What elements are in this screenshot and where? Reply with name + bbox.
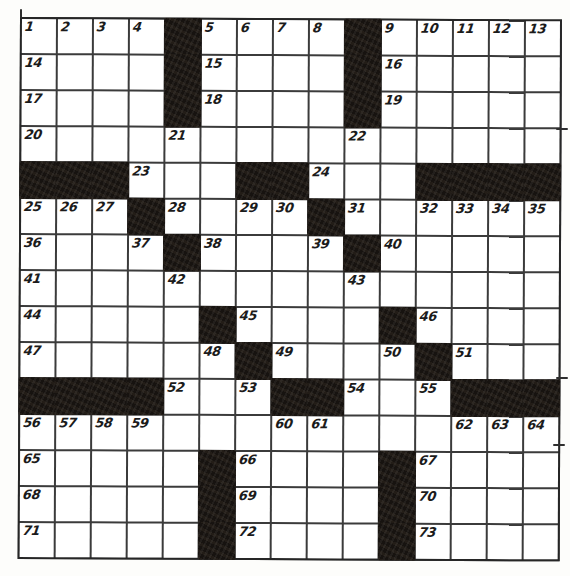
cell-r10c8[interactable]: 49 (272, 344, 306, 378)
black-cell-r6c9 (307, 198, 345, 236)
cell-r1c12[interactable]: 10 (418, 21, 452, 55)
black-cell-r7c5 (163, 234, 201, 272)
clue-number: 17 (23, 91, 41, 106)
cell-r7c15[interactable] (525, 237, 559, 271)
clue-number: 63 (490, 417, 508, 432)
cell-r9c10[interactable] (345, 308, 379, 342)
cell-r12c13[interactable]: 62 (452, 417, 486, 451)
cell-r13c3[interactable] (92, 451, 126, 485)
cell-r13c9[interactable] (308, 452, 342, 486)
cell-r2c15[interactable] (526, 57, 560, 91)
clue-number: 40 (382, 237, 400, 252)
black-cell-r5c8 (271, 162, 309, 200)
cell-r8c14[interactable] (489, 273, 523, 307)
cell-r12c2[interactable]: 57 (56, 415, 90, 449)
cell-r10c5[interactable] (164, 344, 198, 378)
cell-r12c15[interactable]: 64 (524, 417, 558, 451)
cell-r4c9[interactable] (309, 128, 343, 162)
cell-r7c7[interactable] (237, 236, 271, 270)
clue-number: 55 (418, 381, 436, 396)
cell-r7c14[interactable] (489, 237, 523, 271)
cell-r12c6[interactable] (200, 416, 234, 450)
cell-r7c2[interactable] (57, 235, 91, 269)
cell-r4c15[interactable] (525, 129, 559, 163)
clue-number: 72 (237, 524, 255, 539)
cell-r1c13[interactable]: 11 (454, 21, 488, 55)
cell-r5c10[interactable] (345, 164, 379, 198)
cell-r9c4[interactable] (129, 307, 163, 341)
cell-r3c3[interactable] (94, 91, 128, 125)
clue-number: 65 (22, 451, 40, 466)
cell-r10c14[interactable] (488, 345, 522, 379)
cell-r12c3[interactable]: 58 (92, 415, 126, 449)
clue-number: 46 (418, 309, 436, 324)
black-cell-r6c4 (127, 197, 165, 235)
cell-r14c2[interactable] (56, 487, 90, 521)
black-cell-r3c10 (344, 90, 382, 128)
cell-r15c3[interactable] (92, 523, 126, 557)
clue-number: 67 (418, 453, 436, 468)
cell-r2c7[interactable] (238, 56, 272, 90)
cell-r6c14[interactable]: 34 (489, 201, 523, 235)
cell-r14c9[interactable] (308, 488, 342, 522)
clue-number: 13 (527, 21, 545, 36)
cell-r1c6[interactable]: 5 (202, 20, 236, 54)
cell-r8c2[interactable] (57, 271, 91, 305)
cell-r3c12[interactable] (418, 93, 452, 127)
cell-r12c9[interactable]: 61 (308, 416, 342, 450)
clue-number: 68 (21, 487, 39, 502)
cell-r1c14[interactable]: 12 (490, 21, 524, 55)
black-cell-r14c11 (378, 487, 416, 525)
cell-r2c14[interactable] (490, 57, 524, 91)
cell-r4c13[interactable] (453, 129, 487, 163)
black-cell-r5c14 (487, 163, 525, 201)
cell-r10c6[interactable]: 48 (200, 344, 234, 378)
cell-r8c10[interactable]: 43 (345, 272, 379, 306)
clue-number: 32 (419, 201, 437, 216)
cell-r14c15[interactable] (524, 489, 558, 523)
clue-number: 41 (22, 271, 40, 286)
clue-number: 64 (526, 417, 544, 432)
cell-r12c10[interactable] (344, 416, 378, 450)
cell-r13c13[interactable] (452, 453, 486, 487)
cell-r1c15[interactable]: 13 (526, 21, 560, 55)
cell-r4c10[interactable]: 22 (345, 128, 379, 162)
black-cell-r11c2 (54, 377, 92, 415)
cell-r8c12[interactable] (417, 273, 451, 307)
clue-number: 73 (417, 525, 435, 540)
cell-r13c12[interactable]: 67 (416, 453, 450, 487)
stray-pen-tick (556, 377, 568, 379)
cell-r1c7[interactable]: 6 (238, 20, 272, 54)
cell-r14c1[interactable]: 68 (20, 487, 54, 521)
cell-r10c4[interactable] (128, 343, 162, 377)
clue-number: 66 (238, 452, 256, 467)
cell-r15c8[interactable] (272, 524, 306, 558)
black-cell-r11c8 (270, 378, 308, 416)
cell-r13c8[interactable] (272, 452, 306, 486)
clue-number: 47 (22, 343, 40, 358)
clue-number: 23 (131, 163, 149, 178)
cell-r9c9[interactable] (309, 308, 343, 342)
clue-number: 4 (131, 19, 141, 34)
cell-r7c1[interactable]: 36 (21, 235, 55, 269)
clue-number: 36 (22, 235, 40, 250)
cell-r15c13[interactable] (452, 525, 486, 559)
cell-r14c14[interactable] (488, 489, 522, 523)
cell-r6c8[interactable]: 30 (273, 200, 307, 234)
clue-number: 5 (203, 20, 213, 35)
black-cell-r11c3 (90, 377, 128, 415)
cell-r14c7[interactable]: 69 (236, 488, 270, 522)
cell-r2c3[interactable] (94, 55, 128, 89)
cell-r8c8[interactable] (273, 272, 307, 306)
cell-r9c2[interactable] (57, 307, 91, 341)
clue-number: 62 (454, 417, 472, 432)
black-cell-r11c4 (126, 377, 164, 415)
clue-number: 3 (95, 19, 105, 34)
cell-r13c10[interactable] (344, 452, 378, 486)
black-cell-r5c13 (451, 163, 489, 201)
black-cell-r7c10 (343, 234, 381, 272)
clue-number: 20 (23, 127, 41, 142)
crossword-page: 1234567891011121314151617181920212223242… (0, 0, 570, 576)
cell-r3c6[interactable]: 18 (202, 92, 236, 126)
clue-number: 15 (203, 56, 221, 71)
cell-r2c12[interactable] (418, 57, 452, 91)
clue-number: 7 (275, 20, 285, 35)
cell-r3c8[interactable] (274, 92, 308, 126)
cell-r7c12[interactable] (417, 237, 451, 271)
cell-r13c4[interactable] (128, 451, 162, 485)
cell-r15c2[interactable] (56, 523, 90, 557)
clue-number: 69 (237, 488, 255, 503)
cell-r7c13[interactable] (453, 237, 487, 271)
black-cell-r13c6 (198, 450, 236, 488)
black-cell-r9c6 (199, 306, 237, 344)
cell-r5c5[interactable] (165, 164, 199, 198)
clue-number: 28 (167, 200, 185, 215)
stray-pen-tick (20, 9, 22, 18)
cell-r8c3[interactable] (93, 271, 127, 305)
cell-r12c14[interactable]: 63 (488, 417, 522, 451)
black-cell-r11c1 (18, 377, 56, 415)
cell-r7c6[interactable]: 38 (201, 236, 235, 270)
cell-r14c8[interactable] (272, 488, 306, 522)
cell-r15c10[interactable] (344, 524, 378, 558)
cell-r9c7[interactable]: 45 (237, 308, 271, 342)
cell-r2c2[interactable] (58, 55, 92, 89)
clue-number: 6 (239, 20, 249, 35)
cell-r3c15[interactable] (526, 93, 560, 127)
clue-number: 31 (347, 200, 365, 215)
cell-r9c1[interactable]: 44 (21, 307, 55, 341)
cell-r14c3[interactable] (92, 487, 126, 521)
clue-number: 53 (238, 380, 256, 395)
cell-r5c4[interactable]: 23 (129, 163, 163, 197)
cell-r14c5[interactable] (164, 488, 198, 522)
black-cell-r15c6 (198, 522, 236, 560)
cell-r2c9[interactable] (310, 56, 344, 90)
cell-r15c9[interactable] (308, 524, 342, 558)
clue-number: 52 (166, 380, 184, 395)
cell-r10c10[interactable] (344, 344, 378, 378)
stray-pen-tick (553, 444, 565, 446)
cell-r3c2[interactable] (58, 91, 92, 125)
cell-r15c5[interactable] (164, 524, 198, 558)
black-cell-r11c14 (486, 379, 524, 417)
cell-r8c6[interactable] (201, 272, 235, 306)
cell-r12c7[interactable] (236, 416, 270, 450)
cell-r8c4[interactable] (129, 271, 163, 305)
cell-r6c1[interactable]: 25 (21, 199, 55, 233)
cell-r3c9[interactable] (310, 92, 344, 126)
black-cell-r14c6 (198, 486, 236, 524)
clue-number: 70 (417, 489, 435, 504)
clue-number: 21 (167, 128, 185, 143)
cell-r8c1[interactable]: 41 (21, 271, 55, 305)
clue-number: 16 (383, 57, 401, 72)
clue-number: 58 (94, 415, 112, 430)
clue-number: 2 (59, 19, 69, 34)
black-cell-r5c1 (19, 161, 57, 199)
cell-r7c8[interactable] (273, 236, 307, 270)
cell-r1c1[interactable]: 1 (22, 19, 56, 53)
cell-r10c1[interactable]: 47 (20, 343, 54, 377)
cell-r4c5[interactable]: 21 (165, 128, 199, 162)
cell-r1c4[interactable]: 4 (130, 19, 164, 53)
cell-r9c12[interactable]: 46 (417, 309, 451, 343)
cell-r4c8[interactable] (273, 128, 307, 162)
cell-r7c3[interactable] (93, 235, 127, 269)
cell-r14c4[interactable] (128, 487, 162, 521)
clue-number: 11 (455, 21, 473, 36)
black-cell-r3c5 (164, 90, 202, 128)
clue-number: 30 (275, 200, 293, 215)
clue-number: 24 (311, 164, 329, 179)
cell-r4c3[interactable] (93, 127, 127, 161)
black-cell-r1c10 (344, 18, 382, 56)
black-cell-r11c13 (450, 379, 488, 417)
cell-r4c11[interactable] (381, 129, 415, 163)
clue-number: 19 (383, 93, 401, 108)
cell-r9c8[interactable] (273, 308, 307, 342)
cell-r13c1[interactable]: 65 (20, 451, 54, 485)
clue-number: 18 (203, 92, 221, 107)
cell-r15c14[interactable] (488, 525, 522, 559)
cell-r12c11[interactable] (380, 417, 414, 451)
clue-number: 22 (347, 128, 365, 143)
black-cell-r10c7 (234, 342, 272, 380)
cell-r15c15[interactable] (524, 525, 558, 559)
cell-r12c5[interactable] (164, 416, 198, 450)
crossword-board: 1234567891011121314151617181920212223242… (18, 17, 562, 561)
cell-r9c13[interactable] (453, 309, 487, 343)
clue-number: 10 (419, 21, 437, 36)
cell-r5c11[interactable] (381, 165, 415, 199)
cell-r11c11[interactable] (380, 381, 414, 415)
black-cell-r5c3 (91, 161, 129, 199)
clue-number: 42 (166, 272, 184, 287)
black-cell-r11c15 (522, 379, 560, 417)
clue-number: 45 (238, 308, 256, 323)
cell-r8c15[interactable] (525, 273, 559, 307)
cell-r3c7[interactable] (238, 92, 272, 126)
cell-r9c5[interactable] (165, 308, 199, 342)
cell-r3c11[interactable]: 19 (382, 93, 416, 127)
black-cell-r5c2 (55, 161, 93, 199)
clue-number: 37 (130, 235, 148, 250)
clue-number: 8 (311, 20, 321, 35)
black-cell-r15c11 (378, 523, 416, 561)
clue-number: 54 (346, 380, 364, 395)
cell-r8c13[interactable] (453, 273, 487, 307)
clue-number: 71 (21, 523, 39, 538)
black-cell-r9c11 (379, 307, 417, 345)
cell-r4c7[interactable] (237, 128, 271, 162)
cell-r15c12[interactable]: 73 (416, 525, 450, 559)
cell-r1c2[interactable]: 2 (58, 19, 92, 53)
cell-r12c12[interactable] (416, 417, 450, 451)
cell-r6c12[interactable]: 32 (417, 201, 451, 235)
cell-r10c13[interactable]: 51 (452, 345, 486, 379)
cell-r2c6[interactable]: 15 (202, 56, 236, 90)
cell-r12c8[interactable]: 60 (272, 416, 306, 450)
cell-r11c12[interactable]: 55 (416, 381, 450, 415)
cell-r10c15[interactable] (524, 345, 558, 379)
black-cell-r2c10 (344, 54, 382, 92)
cell-r14c13[interactable] (452, 489, 486, 523)
cell-r10c3[interactable] (92, 343, 126, 377)
cell-r6c3[interactable]: 27 (93, 199, 127, 233)
cell-r11c6[interactable] (200, 380, 234, 414)
cell-r6c5[interactable]: 28 (165, 200, 199, 234)
cell-r6c13[interactable]: 33 (453, 201, 487, 235)
cell-r8c11[interactable] (381, 273, 415, 307)
clue-number: 1 (23, 19, 33, 34)
cell-r13c5[interactable] (164, 452, 198, 486)
clue-number: 33 (455, 201, 473, 216)
clue-number: 26 (59, 199, 77, 214)
cell-r4c12[interactable] (417, 129, 451, 163)
cell-r6c15[interactable]: 35 (525, 201, 559, 235)
clue-number: 27 (95, 199, 113, 214)
clue-number: 34 (491, 201, 509, 216)
black-cell-r11c9 (306, 378, 344, 416)
clue-number: 56 (22, 415, 40, 430)
cell-r8c9[interactable] (309, 272, 343, 306)
clue-number: 48 (202, 344, 220, 359)
clue-number: 39 (310, 236, 328, 251)
clue-number: 49 (274, 344, 292, 359)
cell-r6c11[interactable] (381, 201, 415, 235)
cell-r10c2[interactable] (56, 343, 90, 377)
clue-number: 29 (239, 200, 257, 215)
cell-r1c11[interactable]: 9 (382, 21, 416, 55)
cell-r4c2[interactable] (57, 127, 91, 161)
cell-r15c4[interactable] (128, 523, 162, 557)
cell-r8c7[interactable] (237, 272, 271, 306)
black-cell-r5c7 (235, 162, 273, 200)
cell-r1c8[interactable]: 7 (274, 20, 308, 54)
cell-r4c6[interactable] (201, 128, 235, 162)
stray-pen-tick (556, 128, 568, 130)
cell-r11c10[interactable]: 54 (344, 380, 378, 414)
cell-r4c1[interactable]: 20 (21, 127, 55, 161)
cell-r3c4[interactable] (130, 91, 164, 125)
cell-r9c3[interactable] (93, 307, 127, 341)
cell-r5c6[interactable] (201, 164, 235, 198)
cell-r12c1[interactable]: 56 (20, 415, 54, 449)
cell-r4c14[interactable] (489, 129, 523, 163)
cell-r6c2[interactable]: 26 (57, 199, 91, 233)
clue-number: 51 (454, 345, 472, 360)
cell-r13c2[interactable] (56, 451, 90, 485)
clue-number: 59 (130, 415, 148, 430)
cell-r1c9[interactable]: 8 (310, 20, 344, 54)
cell-r6c6[interactable] (201, 200, 235, 234)
cell-r2c8[interactable] (274, 56, 308, 90)
cell-r2c13[interactable] (454, 57, 488, 91)
cell-r3c14[interactable] (490, 93, 524, 127)
cell-r6c7[interactable]: 29 (237, 200, 271, 234)
clue-number: 43 (346, 272, 364, 287)
cell-r3c13[interactable] (454, 93, 488, 127)
black-cell-r2c5 (164, 54, 202, 92)
clue-number: 61 (310, 416, 328, 431)
cell-r15c7[interactable]: 72 (236, 524, 270, 558)
cell-r13c7[interactable]: 66 (236, 452, 270, 486)
cell-r2c1[interactable]: 14 (22, 55, 56, 89)
black-cell-r13c11 (378, 451, 416, 489)
clue-number: 44 (22, 307, 40, 322)
clue-number: 9 (383, 21, 393, 36)
clue-number: 50 (382, 345, 400, 360)
cell-r7c4[interactable]: 37 (129, 235, 163, 269)
cell-r5c9[interactable]: 24 (309, 164, 343, 198)
cell-r2c11[interactable]: 16 (382, 57, 416, 91)
black-cell-r5c12 (415, 163, 453, 201)
cell-r11c7[interactable]: 53 (236, 380, 270, 414)
cell-r6c10[interactable]: 31 (345, 200, 379, 234)
cell-r11c5[interactable]: 52 (164, 380, 198, 414)
cell-r14c12[interactable]: 70 (416, 489, 450, 523)
cell-r3c1[interactable]: 17 (22, 91, 56, 125)
cell-r9c15[interactable] (525, 309, 559, 343)
black-cell-r5c15 (523, 163, 561, 201)
cell-r10c11[interactable]: 50 (380, 345, 414, 379)
cell-r12c4[interactable]: 59 (128, 415, 162, 449)
cell-r7c11[interactable]: 40 (381, 237, 415, 271)
cell-r8c5[interactable]: 42 (165, 272, 199, 306)
cell-r9c14[interactable] (489, 309, 523, 343)
clue-number: 57 (58, 415, 76, 430)
cell-r1c3[interactable]: 3 (94, 19, 128, 53)
cell-r2c4[interactable] (130, 55, 164, 89)
cell-r7c9[interactable]: 39 (309, 236, 343, 270)
clue-number: 35 (527, 201, 545, 216)
cell-r4c4[interactable] (129, 127, 163, 161)
cell-r10c9[interactable] (308, 344, 342, 378)
clue-number: 12 (491, 21, 509, 36)
black-cell-r10c12 (414, 343, 452, 381)
clue-number: 60 (274, 416, 292, 431)
cell-r13c15[interactable] (524, 453, 558, 487)
cell-r13c14[interactable] (488, 453, 522, 487)
cell-r15c1[interactable]: 71 (20, 523, 54, 557)
cell-r14c10[interactable] (344, 488, 378, 522)
